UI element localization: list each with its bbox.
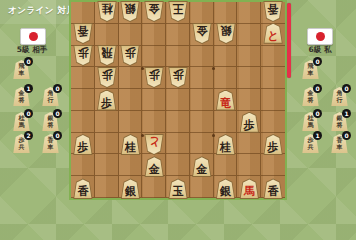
board-square[interactable] [95, 111, 119, 133]
count-badge: 0 [313, 84, 322, 93]
board-piece-金[interactable]: 金 [192, 23, 212, 44]
board-piece-歩[interactable]: 歩 [73, 45, 93, 66]
board-square[interactable] [190, 46, 214, 68]
timer-bar [287, 3, 291, 78]
board-piece-銀[interactable]: 銀 [216, 23, 236, 44]
board-piece-香[interactable]: 香 [73, 178, 93, 199]
piece-kanji: 桂 [125, 141, 136, 155]
piece-kanji: 銀 [125, 185, 136, 199]
hand-piece-桂馬[interactable]: 桂馬0 [302, 112, 319, 131]
board-square[interactable] [237, 46, 261, 68]
board-square[interactable] [214, 2, 238, 24]
board-square[interactable] [142, 111, 166, 133]
count-badge: 1 [24, 84, 33, 93]
board-square[interactable] [119, 89, 143, 111]
board-square[interactable] [166, 24, 190, 46]
hand-piece-角行[interactable]: 角行0 [331, 87, 348, 106]
board-piece-と[interactable]: と [263, 23, 283, 44]
app-background: { "game": "shogi", "title": "オンライン 対局", … [0, 0, 356, 200]
board-square[interactable] [71, 67, 95, 89]
board-piece-玉[interactable]: 玉 [168, 178, 188, 199]
count-badge: 0 [53, 131, 62, 140]
board-square[interactable] [119, 154, 143, 176]
board-square[interactable] [95, 24, 119, 46]
board-piece-桂[interactable]: 桂 [120, 134, 140, 155]
board-square[interactable] [71, 111, 95, 133]
board-square[interactable] [142, 46, 166, 68]
piece-kanji: 歩 [149, 68, 160, 82]
piece-kanji: 歩 [268, 141, 279, 155]
piece-kanji: 歩 [77, 46, 88, 60]
flag-sun [29, 32, 38, 41]
piece-kanji: 桂 [220, 141, 231, 155]
hand-piece-桂馬[interactable]: 桂馬0 [13, 112, 30, 131]
board-square[interactable] [190, 111, 214, 133]
board-square[interactable] [190, 89, 214, 111]
flag-sun [316, 32, 325, 41]
piece-kanji: と [267, 30, 278, 44]
board-square[interactable] [166, 89, 190, 111]
board-piece-歩[interactable]: 歩 [263, 134, 283, 155]
count-badge: 0 [24, 109, 33, 118]
board-piece-歩[interactable]: 歩 [120, 45, 140, 66]
board-piece-歩[interactable]: 歩 [73, 134, 93, 155]
board-piece-歩[interactable]: 歩 [97, 90, 117, 111]
board-square[interactable] [237, 2, 261, 24]
board-piece-歩[interactable]: 歩 [144, 67, 164, 88]
piece-kanji: 桂 [101, 1, 112, 15]
board-piece-桂[interactable]: 桂 [216, 134, 236, 155]
my-rank-label: 6級 私 [298, 45, 342, 55]
board-piece-歩[interactable]: 歩 [168, 67, 188, 88]
board-piece-銀[interactable]: 銀 [216, 178, 236, 199]
piece-kanji: 銀 [220, 185, 231, 199]
hand-piece-銀将[interactable]: 銀将0 [42, 112, 59, 131]
board-square[interactable] [166, 154, 190, 176]
piece-kanji: 歩 [173, 68, 184, 82]
board-square[interactable] [237, 154, 261, 176]
board-square[interactable] [190, 176, 214, 198]
hand-piece-角行[interactable]: 角行0 [42, 87, 59, 106]
board-square[interactable] [119, 24, 143, 46]
count-badge: 0 [53, 109, 62, 118]
board-square[interactable] [71, 154, 95, 176]
piece-kanji: 銀 [125, 1, 136, 15]
piece-kanji: 金 [149, 1, 160, 15]
piece-kanji: 香 [268, 185, 279, 199]
piece-kanji: 銀 [220, 24, 231, 38]
board-square[interactable] [237, 24, 261, 46]
japan-flag-icon-me [307, 28, 333, 45]
board-square[interactable] [119, 67, 143, 89]
board-square[interactable] [237, 133, 261, 155]
count-badge: 0 [24, 57, 33, 66]
board-piece-歩[interactable]: 歩 [97, 67, 117, 88]
board-square[interactable] [190, 133, 214, 155]
piece-kanji: 飛 [101, 46, 112, 60]
count-badge: 2 [24, 131, 33, 140]
piece-kanji: 金 [196, 24, 207, 38]
piece-kanji: 竜 [220, 96, 231, 110]
board-square[interactable] [190, 67, 214, 89]
board-square[interactable] [166, 46, 190, 68]
board-piece-金[interactable]: 金 [192, 156, 212, 177]
hand-piece-銀将[interactable]: 銀将1 [331, 112, 348, 131]
piece-kanji: 歩 [125, 46, 136, 60]
board-square[interactable] [95, 133, 119, 155]
board-square[interactable] [95, 154, 119, 176]
count-badge: 1 [342, 109, 351, 118]
board-square[interactable] [119, 111, 143, 133]
hand-piece-金将[interactable]: 金将0 [302, 87, 319, 106]
board-piece-銀[interactable]: 銀 [120, 178, 140, 199]
board-square[interactable] [71, 89, 95, 111]
board-piece-王[interactable]: 王 [168, 1, 188, 22]
piece-kanji: 金 [196, 163, 207, 177]
board-piece-銀[interactable]: 銀 [120, 1, 140, 22]
piece-kanji: 香 [77, 24, 88, 38]
board-piece-歩[interactable]: 歩 [239, 112, 259, 133]
hand-piece-香車[interactable]: 香車0 [42, 134, 59, 153]
board-square[interactable] [237, 89, 261, 111]
board-square[interactable] [95, 176, 119, 198]
board-piece-金[interactable]: 金 [144, 1, 164, 22]
board-square[interactable] [214, 67, 238, 89]
hand-piece-金将[interactable]: 金将1 [13, 87, 30, 106]
board-square[interactable] [214, 154, 238, 176]
count-badge: 0 [313, 57, 322, 66]
board-square[interactable] [71, 2, 95, 24]
page-title: オンライン 対局 [8, 5, 75, 17]
board-square[interactable] [214, 46, 238, 68]
board-square[interactable] [261, 67, 285, 89]
board-square[interactable] [166, 133, 190, 155]
board-square[interactable] [261, 111, 285, 133]
opponent-rank-label: 5級 相手 [4, 45, 60, 55]
board-piece-飛[interactable]: 飛 [97, 45, 117, 66]
count-badge: 0 [313, 109, 322, 118]
board-piece-桂[interactable]: 桂 [97, 1, 117, 22]
piece-kanji: と [149, 135, 160, 149]
board-square[interactable] [142, 89, 166, 111]
piece-kanji: 香 [77, 185, 88, 199]
board-piece-香[interactable]: 香 [263, 178, 283, 199]
hand-piece-飛車[interactable]: 飛車0 [13, 60, 30, 79]
count-badge: 0 [342, 84, 351, 93]
board-piece-馬[interactable]: 馬 [239, 178, 259, 199]
board-square[interactable] [166, 111, 190, 133]
piece-kanji: 歩 [244, 118, 255, 132]
piece-kanji: 馬 [244, 185, 255, 199]
piece-kanji: 歩 [101, 96, 112, 110]
hand-piece-歩兵[interactable]: 歩兵1 [302, 134, 319, 153]
board-square[interactable] [142, 176, 166, 198]
piece-kanji: 歩 [101, 68, 112, 82]
board-square[interactable] [261, 46, 285, 68]
hand-piece-歩兵[interactable]: 歩兵2 [13, 134, 30, 153]
board-piece-香[interactable]: 香 [263, 1, 283, 22]
count-badge: 0 [342, 131, 351, 140]
piece-kanji: 香 [268, 1, 279, 15]
hand-piece-飛車[interactable]: 飛車0 [302, 60, 319, 79]
board-piece-と[interactable]: と [144, 134, 164, 155]
board-square[interactable] [261, 154, 285, 176]
piece-kanji: 金 [149, 163, 160, 177]
board-square[interactable] [142, 24, 166, 46]
count-badge: 1 [313, 131, 322, 140]
hand-piece-香車[interactable]: 香車0 [331, 134, 348, 153]
count-badge: 0 [53, 84, 62, 93]
board-square[interactable] [261, 89, 285, 111]
board-piece-金[interactable]: 金 [144, 156, 164, 177]
board-piece-香[interactable]: 香 [73, 23, 93, 44]
piece-kanji: 王 [173, 1, 184, 15]
board-piece-竜[interactable]: 竜 [216, 90, 236, 111]
board-square[interactable] [214, 111, 238, 133]
piece-kanji: 玉 [173, 185, 184, 199]
board-square[interactable] [190, 2, 214, 24]
board-square[interactable] [237, 67, 261, 89]
piece-kanji: 歩 [77, 141, 88, 155]
japan-flag-icon-opponent [20, 28, 46, 45]
